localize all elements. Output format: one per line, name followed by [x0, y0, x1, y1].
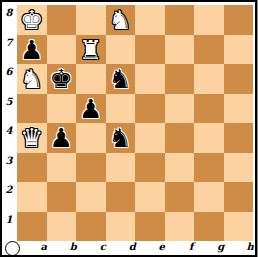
square-d3[interactable] — [106, 153, 136, 183]
square-g1[interactable] — [194, 212, 224, 242]
white-rook: ♜ — [76, 35, 106, 65]
rank-label-8: 8 — [2, 0, 16, 28]
square-a1[interactable] — [17, 212, 47, 242]
square-d6[interactable]: ♞ — [106, 64, 136, 94]
square-f3[interactable] — [165, 153, 195, 183]
square-a6[interactable]: ♞ — [17, 64, 47, 94]
square-d5[interactable] — [106, 94, 136, 124]
square-b5[interactable] — [47, 94, 77, 124]
white-king: ♚ — [17, 5, 47, 35]
square-a4[interactable]: ♛ — [17, 123, 47, 153]
square-b8[interactable] — [47, 5, 77, 35]
square-h8[interactable] — [224, 5, 254, 35]
square-f7[interactable] — [165, 35, 195, 65]
square-a3[interactable] — [17, 153, 47, 183]
square-d1[interactable] — [106, 212, 136, 242]
file-label-a: a — [29, 239, 59, 255]
square-g5[interactable] — [194, 94, 224, 124]
square-g2[interactable] — [194, 182, 224, 212]
square-b3[interactable] — [47, 153, 77, 183]
square-d7[interactable] — [106, 35, 136, 65]
square-g6[interactable] — [194, 64, 224, 94]
square-f2[interactable] — [165, 182, 195, 212]
square-f8[interactable] — [165, 5, 195, 35]
square-c5[interactable]: ♟ — [76, 94, 106, 124]
white-to-move-indicator — [5, 241, 20, 256]
square-g7[interactable] — [194, 35, 224, 65]
square-h2[interactable] — [224, 182, 254, 212]
black-pawn: ♟ — [47, 123, 77, 153]
file-label-b: b — [59, 239, 89, 255]
square-h7[interactable] — [224, 35, 254, 65]
square-c2[interactable] — [76, 182, 106, 212]
square-c6[interactable] — [76, 64, 106, 94]
white-knight: ♞ — [17, 64, 47, 94]
square-e2[interactable] — [135, 182, 165, 212]
square-c1[interactable] — [76, 212, 106, 242]
square-h6[interactable] — [224, 64, 254, 94]
square-e8[interactable] — [135, 5, 165, 35]
file-label-d: d — [118, 239, 148, 255]
square-f1[interactable] — [165, 212, 195, 242]
square-b2[interactable] — [47, 182, 77, 212]
square-b1[interactable] — [47, 212, 77, 242]
rank-label-7: 7 — [2, 28, 16, 58]
rank-label-5: 5 — [2, 87, 16, 117]
square-d8[interactable]: ♞ — [106, 5, 136, 35]
square-c8[interactable] — [76, 5, 106, 35]
square-e5[interactable] — [135, 94, 165, 124]
square-f5[interactable] — [165, 94, 195, 124]
square-e6[interactable] — [135, 64, 165, 94]
square-h3[interactable] — [224, 153, 254, 183]
black-pawn: ♟ — [17, 35, 47, 65]
file-label-g: g — [206, 239, 236, 255]
square-e3[interactable] — [135, 153, 165, 183]
chess-diagram: ♚♞♟♜♞♚♞♟♛♟♞ 87654321 abcdefgh — [0, 0, 257, 257]
rank-label-1: 1 — [2, 205, 16, 235]
square-a7[interactable]: ♟ — [17, 35, 47, 65]
square-a8[interactable]: ♚ — [17, 5, 47, 35]
white-knight: ♞ — [106, 5, 136, 35]
black-king: ♚ — [47, 64, 77, 94]
file-label-f: f — [177, 239, 207, 255]
square-c4[interactable] — [76, 123, 106, 153]
black-pawn: ♟ — [76, 94, 106, 124]
square-h4[interactable] — [224, 123, 254, 153]
file-label-h: h — [236, 239, 258, 255]
square-f4[interactable] — [165, 123, 195, 153]
square-d2[interactable] — [106, 182, 136, 212]
square-g3[interactable] — [194, 153, 224, 183]
square-c3[interactable] — [76, 153, 106, 183]
square-a2[interactable] — [17, 182, 47, 212]
rank-label-4: 4 — [2, 116, 16, 146]
chess-board: ♚♞♟♜♞♚♞♟♛♟♞ — [17, 5, 253, 241]
square-e4[interactable] — [135, 123, 165, 153]
square-g8[interactable] — [194, 5, 224, 35]
square-h1[interactable] — [224, 212, 254, 242]
square-b6[interactable]: ♚ — [47, 64, 77, 94]
square-e1[interactable] — [135, 212, 165, 242]
square-e7[interactable] — [135, 35, 165, 65]
square-d4[interactable]: ♞ — [106, 123, 136, 153]
rank-label-2: 2 — [2, 175, 16, 205]
rank-label-6: 6 — [2, 57, 16, 87]
file-label-e: e — [147, 239, 177, 255]
square-b4[interactable]: ♟ — [47, 123, 77, 153]
square-a5[interactable] — [17, 94, 47, 124]
file-label-c: c — [88, 239, 118, 255]
square-f6[interactable] — [165, 64, 195, 94]
black-knight: ♞ — [106, 64, 136, 94]
square-h5[interactable] — [224, 94, 254, 124]
black-knight: ♞ — [106, 123, 136, 153]
square-c7[interactable]: ♜ — [76, 35, 106, 65]
white-queen: ♛ — [17, 123, 47, 153]
square-g4[interactable] — [194, 123, 224, 153]
rank-label-3: 3 — [2, 146, 16, 176]
square-b7[interactable] — [47, 35, 77, 65]
